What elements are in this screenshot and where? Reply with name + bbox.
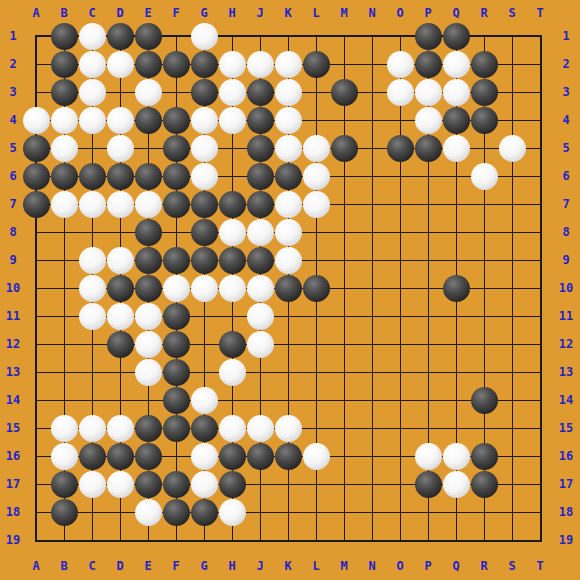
row-label-left: 16	[3, 449, 23, 463]
column-label-top: J	[250, 6, 270, 20]
white-stone[interactable]	[51, 191, 78, 218]
white-stone[interactable]	[191, 471, 218, 498]
black-stone[interactable]	[191, 191, 218, 218]
black-stone[interactable]	[135, 219, 162, 246]
black-stone[interactable]	[331, 135, 358, 162]
white-stone[interactable]	[107, 303, 134, 330]
row-label-left: 1	[3, 29, 23, 43]
column-label-top: R	[474, 6, 494, 20]
white-stone[interactable]	[443, 443, 470, 470]
black-stone[interactable]	[191, 415, 218, 442]
row-label-right: 17	[556, 477, 576, 491]
white-stone[interactable]	[107, 247, 134, 274]
white-stone[interactable]	[275, 415, 302, 442]
column-label-top: F	[166, 6, 186, 20]
black-stone[interactable]	[191, 219, 218, 246]
white-stone[interactable]	[135, 359, 162, 386]
row-label-right: 9	[556, 253, 576, 267]
white-stone[interactable]	[275, 79, 302, 106]
white-stone[interactable]	[275, 247, 302, 274]
black-stone[interactable]	[135, 443, 162, 470]
white-stone[interactable]	[51, 443, 78, 470]
white-stone[interactable]	[191, 387, 218, 414]
white-stone[interactable]	[107, 107, 134, 134]
white-stone[interactable]	[275, 51, 302, 78]
white-stone[interactable]	[219, 275, 246, 302]
white-stone[interactable]	[415, 79, 442, 106]
row-label-left: 11	[3, 309, 23, 323]
go-game-screen: AABBCCDDEEFFGGHHJJKKLLMMNNOOPPQQRRSSTT11…	[0, 0, 580, 580]
white-stone[interactable]	[415, 107, 442, 134]
white-stone[interactable]	[191, 443, 218, 470]
row-label-left: 5	[3, 141, 23, 155]
black-stone[interactable]	[163, 247, 190, 274]
black-stone[interactable]	[135, 247, 162, 274]
column-label-top: O	[390, 6, 410, 20]
white-stone[interactable]	[275, 191, 302, 218]
black-stone[interactable]	[275, 275, 302, 302]
black-stone[interactable]	[415, 471, 442, 498]
black-stone[interactable]	[191, 79, 218, 106]
black-stone[interactable]	[443, 107, 470, 134]
black-stone[interactable]	[191, 247, 218, 274]
row-label-left: 13	[3, 365, 23, 379]
column-label-top: E	[138, 6, 158, 20]
black-stone[interactable]	[135, 415, 162, 442]
white-stone[interactable]	[191, 275, 218, 302]
white-stone[interactable]	[219, 79, 246, 106]
column-label-top: H	[222, 6, 242, 20]
white-stone[interactable]	[107, 471, 134, 498]
row-label-left: 10	[3, 281, 23, 295]
row-label-left: 7	[3, 197, 23, 211]
black-stone[interactable]	[415, 23, 442, 50]
column-label-bottom: S	[502, 559, 522, 573]
white-stone[interactable]	[163, 275, 190, 302]
black-stone[interactable]	[51, 471, 78, 498]
black-stone[interactable]	[163, 415, 190, 442]
black-stone[interactable]	[247, 191, 274, 218]
white-stone[interactable]	[135, 191, 162, 218]
black-stone[interactable]	[23, 191, 50, 218]
column-label-top: M	[334, 6, 354, 20]
black-stone[interactable]	[107, 331, 134, 358]
black-stone[interactable]	[107, 23, 134, 50]
black-stone[interactable]	[247, 163, 274, 190]
black-stone[interactable]	[79, 443, 106, 470]
black-stone[interactable]	[471, 51, 498, 78]
white-stone[interactable]	[415, 443, 442, 470]
black-stone[interactable]	[79, 163, 106, 190]
black-stone[interactable]	[163, 331, 190, 358]
white-stone[interactable]	[443, 51, 470, 78]
column-label-bottom: N	[362, 559, 382, 573]
white-stone[interactable]	[471, 163, 498, 190]
black-stone[interactable]	[471, 79, 498, 106]
black-stone[interactable]	[163, 387, 190, 414]
column-label-bottom: B	[54, 559, 74, 573]
row-label-right: 18	[556, 505, 576, 519]
column-label-top: N	[362, 6, 382, 20]
white-stone[interactable]	[387, 51, 414, 78]
white-stone[interactable]	[79, 107, 106, 134]
black-stone[interactable]	[331, 79, 358, 106]
white-stone[interactable]	[79, 471, 106, 498]
white-stone[interactable]	[247, 331, 274, 358]
column-label-top: L	[306, 6, 326, 20]
white-stone[interactable]	[135, 331, 162, 358]
column-label-bottom: K	[278, 559, 298, 573]
black-stone[interactable]	[303, 275, 330, 302]
black-stone[interactable]	[247, 443, 274, 470]
black-stone[interactable]	[51, 499, 78, 526]
black-stone[interactable]	[163, 163, 190, 190]
black-stone[interactable]	[219, 191, 246, 218]
black-stone[interactable]	[51, 79, 78, 106]
white-stone[interactable]	[303, 191, 330, 218]
row-label-right: 1	[556, 29, 576, 43]
black-stone[interactable]	[135, 163, 162, 190]
row-label-right: 8	[556, 225, 576, 239]
row-label-right: 16	[556, 449, 576, 463]
black-stone[interactable]	[275, 443, 302, 470]
white-stone[interactable]	[191, 163, 218, 190]
black-stone[interactable]	[443, 23, 470, 50]
white-stone[interactable]	[191, 135, 218, 162]
white-stone[interactable]	[275, 107, 302, 134]
column-label-bottom: G	[194, 559, 214, 573]
white-stone[interactable]	[303, 163, 330, 190]
row-label-right: 14	[556, 393, 576, 407]
column-label-top: Q	[446, 6, 466, 20]
white-stone[interactable]	[79, 51, 106, 78]
black-stone[interactable]	[247, 79, 274, 106]
black-stone[interactable]	[163, 499, 190, 526]
row-label-right: 11	[556, 309, 576, 323]
column-label-bottom: A	[26, 559, 46, 573]
column-label-bottom: T	[530, 559, 550, 573]
row-label-left: 6	[3, 169, 23, 183]
row-label-right: 19	[556, 533, 576, 547]
row-label-left: 12	[3, 337, 23, 351]
black-stone[interactable]	[163, 135, 190, 162]
column-label-bottom: O	[390, 559, 410, 573]
black-stone[interactable]	[163, 471, 190, 498]
black-stone[interactable]	[415, 51, 442, 78]
black-stone[interactable]	[51, 51, 78, 78]
column-label-top: A	[26, 6, 46, 20]
black-stone[interactable]	[415, 135, 442, 162]
black-stone[interactable]	[23, 163, 50, 190]
white-stone[interactable]	[443, 79, 470, 106]
white-stone[interactable]	[23, 107, 50, 134]
black-stone[interactable]	[275, 163, 302, 190]
row-label-left: 3	[3, 85, 23, 99]
white-stone[interactable]	[499, 135, 526, 162]
white-stone[interactable]	[443, 135, 470, 162]
black-stone[interactable]	[163, 51, 190, 78]
black-stone[interactable]	[303, 51, 330, 78]
row-label-right: 15	[556, 421, 576, 435]
white-stone[interactable]	[275, 219, 302, 246]
black-stone[interactable]	[51, 23, 78, 50]
white-stone[interactable]	[387, 79, 414, 106]
white-stone[interactable]	[79, 23, 106, 50]
black-stone[interactable]	[107, 163, 134, 190]
white-stone[interactable]	[79, 415, 106, 442]
row-label-right: 7	[556, 197, 576, 211]
column-label-top: S	[502, 6, 522, 20]
white-stone[interactable]	[135, 303, 162, 330]
black-stone[interactable]	[471, 471, 498, 498]
black-stone[interactable]	[51, 163, 78, 190]
white-stone[interactable]	[247, 219, 274, 246]
white-stone[interactable]	[107, 191, 134, 218]
column-label-bottom: C	[82, 559, 102, 573]
column-label-bottom: H	[222, 559, 242, 573]
white-stone[interactable]	[303, 443, 330, 470]
black-stone[interactable]	[191, 499, 218, 526]
black-stone[interactable]	[219, 247, 246, 274]
row-label-left: 2	[3, 57, 23, 71]
white-stone[interactable]	[219, 107, 246, 134]
black-stone[interactable]	[471, 387, 498, 414]
black-stone[interactable]	[163, 359, 190, 386]
black-stone[interactable]	[135, 107, 162, 134]
white-stone[interactable]	[51, 415, 78, 442]
white-stone[interactable]	[219, 219, 246, 246]
black-stone[interactable]	[247, 107, 274, 134]
column-label-bottom: J	[250, 559, 270, 573]
row-label-left: 4	[3, 113, 23, 127]
black-stone[interactable]	[247, 135, 274, 162]
black-stone[interactable]	[107, 275, 134, 302]
black-stone[interactable]	[219, 331, 246, 358]
column-label-bottom: R	[474, 559, 494, 573]
row-label-left: 9	[3, 253, 23, 267]
black-stone[interactable]	[135, 51, 162, 78]
column-label-top: G	[194, 6, 214, 20]
white-stone[interactable]	[247, 415, 274, 442]
column-label-top: P	[418, 6, 438, 20]
white-stone[interactable]	[135, 499, 162, 526]
black-stone[interactable]	[471, 107, 498, 134]
row-label-left: 19	[3, 533, 23, 547]
column-label-bottom: F	[166, 559, 186, 573]
column-label-bottom: L	[306, 559, 326, 573]
column-label-top: B	[54, 6, 74, 20]
white-stone[interactable]	[107, 415, 134, 442]
row-label-left: 18	[3, 505, 23, 519]
white-stone[interactable]	[107, 135, 134, 162]
column-label-bottom: D	[110, 559, 130, 573]
column-label-top: K	[278, 6, 298, 20]
row-label-left: 14	[3, 393, 23, 407]
white-stone[interactable]	[135, 79, 162, 106]
column-label-top: C	[82, 6, 102, 20]
column-label-top: D	[110, 6, 130, 20]
column-label-bottom: Q	[446, 559, 466, 573]
row-label-right: 3	[556, 85, 576, 99]
row-label-right: 4	[556, 113, 576, 127]
column-label-bottom: M	[334, 559, 354, 573]
row-label-right: 10	[556, 281, 576, 295]
black-stone[interactable]	[163, 191, 190, 218]
black-stone[interactable]	[135, 471, 162, 498]
white-stone[interactable]	[303, 135, 330, 162]
black-stone[interactable]	[443, 275, 470, 302]
white-stone[interactable]	[79, 79, 106, 106]
black-stone[interactable]	[107, 443, 134, 470]
white-stone[interactable]	[247, 275, 274, 302]
white-stone[interactable]	[79, 191, 106, 218]
column-label-bottom: P	[418, 559, 438, 573]
white-stone[interactable]	[219, 51, 246, 78]
white-stone[interactable]	[79, 303, 106, 330]
black-stone[interactable]	[135, 275, 162, 302]
row-label-right: 6	[556, 169, 576, 183]
white-stone[interactable]	[79, 247, 106, 274]
white-stone[interactable]	[219, 499, 246, 526]
black-stone[interactable]	[163, 303, 190, 330]
row-label-right: 12	[556, 337, 576, 351]
black-stone[interactable]	[163, 107, 190, 134]
white-stone[interactable]	[191, 107, 218, 134]
white-stone[interactable]	[51, 135, 78, 162]
column-label-bottom: E	[138, 559, 158, 573]
row-label-left: 15	[3, 421, 23, 435]
white-stone[interactable]	[275, 135, 302, 162]
white-stone[interactable]	[219, 415, 246, 442]
black-stone[interactable]	[219, 471, 246, 498]
row-label-left: 8	[3, 225, 23, 239]
row-label-right: 2	[556, 57, 576, 71]
black-stone[interactable]	[23, 135, 50, 162]
black-stone[interactable]	[471, 443, 498, 470]
column-label-top: T	[530, 6, 550, 20]
white-stone[interactable]	[79, 275, 106, 302]
white-stone[interactable]	[247, 303, 274, 330]
white-stone[interactable]	[443, 471, 470, 498]
black-stone[interactable]	[191, 51, 218, 78]
row-label-right: 5	[556, 141, 576, 155]
white-stone[interactable]	[107, 51, 134, 78]
white-stone[interactable]	[51, 107, 78, 134]
black-stone[interactable]	[219, 443, 246, 470]
white-stone[interactable]	[191, 23, 218, 50]
black-stone[interactable]	[247, 247, 274, 274]
row-label-left: 17	[3, 477, 23, 491]
black-stone[interactable]	[135, 23, 162, 50]
black-stone[interactable]	[387, 135, 414, 162]
white-stone[interactable]	[219, 359, 246, 386]
white-stone[interactable]	[247, 51, 274, 78]
row-label-right: 13	[556, 365, 576, 379]
